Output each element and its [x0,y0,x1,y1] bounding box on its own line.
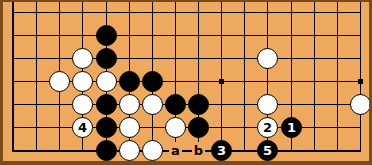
stone-white [257,48,278,69]
stone-white [72,94,93,115]
grid-vline [221,2,222,152]
stone-white [165,117,186,138]
go-board: 42135ab [3,2,369,161]
stone-white [96,71,117,92]
stone-black [142,71,163,92]
stone-black-1: 1 [281,117,302,138]
stone-black [119,71,140,92]
grid-hline [12,150,361,152]
stone-white [119,117,140,138]
letter-marker: a [169,142,182,159]
stone-white [49,71,70,92]
grid-vline [36,2,37,152]
stone-black [96,94,117,115]
grid-hline [12,12,361,13]
grid-vline [12,2,14,152]
grid-vline [337,2,338,152]
stone-black [188,117,209,138]
stone-white [350,94,371,115]
grid-hline [12,127,361,128]
stone-black-5: 5 [257,140,278,161]
stone-white-4: 4 [72,117,93,138]
stone-black [96,25,117,46]
stone-white [142,140,163,161]
stone-white-2: 2 [257,117,278,138]
stone-black [188,94,209,115]
stone-white [119,140,140,161]
stone-white [72,71,93,92]
stone-black [96,140,117,161]
letter-marker: b [192,142,205,159]
stone-black [96,48,117,69]
stone-black [165,94,186,115]
stone-white [119,94,140,115]
stone-white [142,94,163,115]
grid-hline [12,58,361,59]
star-point [358,79,363,84]
grid-vline [360,2,361,152]
grid-vline [244,2,245,152]
grid-hline [12,104,361,105]
grid-vline [314,2,315,152]
stone-black [96,117,117,138]
grid-hline [12,35,361,36]
stone-white [72,48,93,69]
star-point [219,79,224,84]
stone-white [257,94,278,115]
stone-black-3: 3 [211,140,232,161]
go-diagram: 42135ab [0,0,372,165]
